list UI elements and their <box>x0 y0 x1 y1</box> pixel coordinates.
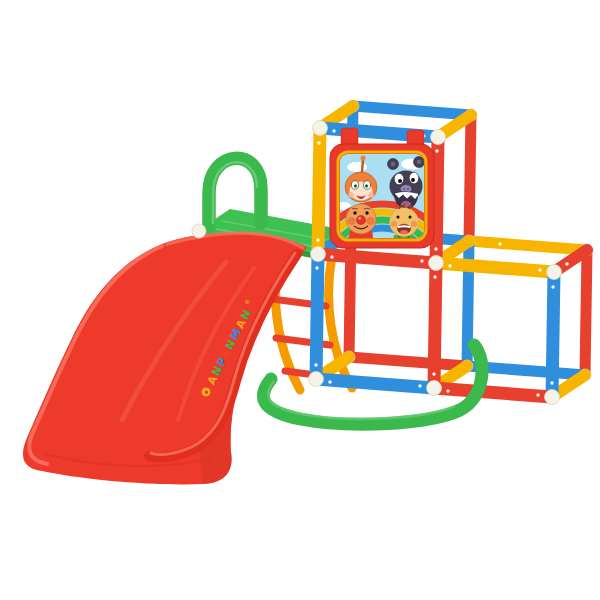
bar-bottom-front-left <box>316 379 434 388</box>
playset-illustration: ANPANMAN ® <box>0 0 600 600</box>
bar-lower-front-mid-post <box>434 263 436 388</box>
connector-ball <box>313 121 328 136</box>
bar-lower-front-left-post <box>316 254 318 379</box>
bar-rightcube-front-top <box>436 263 554 272</box>
bar-bottom-front-right <box>434 388 552 397</box>
product-photo: ANPANMAN ® <box>0 0 600 600</box>
connector-ball <box>431 130 446 145</box>
bar-topcube-back-top <box>353 106 471 115</box>
connector-ball <box>547 265 562 280</box>
connector-ball <box>427 381 442 396</box>
connector-ball <box>311 247 326 262</box>
bar-rightcube-back-top <box>469 241 587 250</box>
bar-rightcube-back-right-post <box>585 250 587 375</box>
bar-bottom-back-left <box>349 357 467 366</box>
slide: ANPANMAN ® <box>23 233 307 484</box>
connector-ball <box>309 372 324 387</box>
bar-mid-front <box>318 254 436 263</box>
connector-ball <box>545 390 560 405</box>
connector-ball <box>192 224 206 238</box>
bar-topcube-front-right-post <box>436 137 438 263</box>
cloud <box>347 162 367 172</box>
bar-rightcube-front-right-post <box>552 272 554 397</box>
bar-topcube-front-left-post <box>318 128 320 254</box>
connector-ball <box>429 256 444 271</box>
bar-topcube-back-right-post <box>469 115 471 241</box>
